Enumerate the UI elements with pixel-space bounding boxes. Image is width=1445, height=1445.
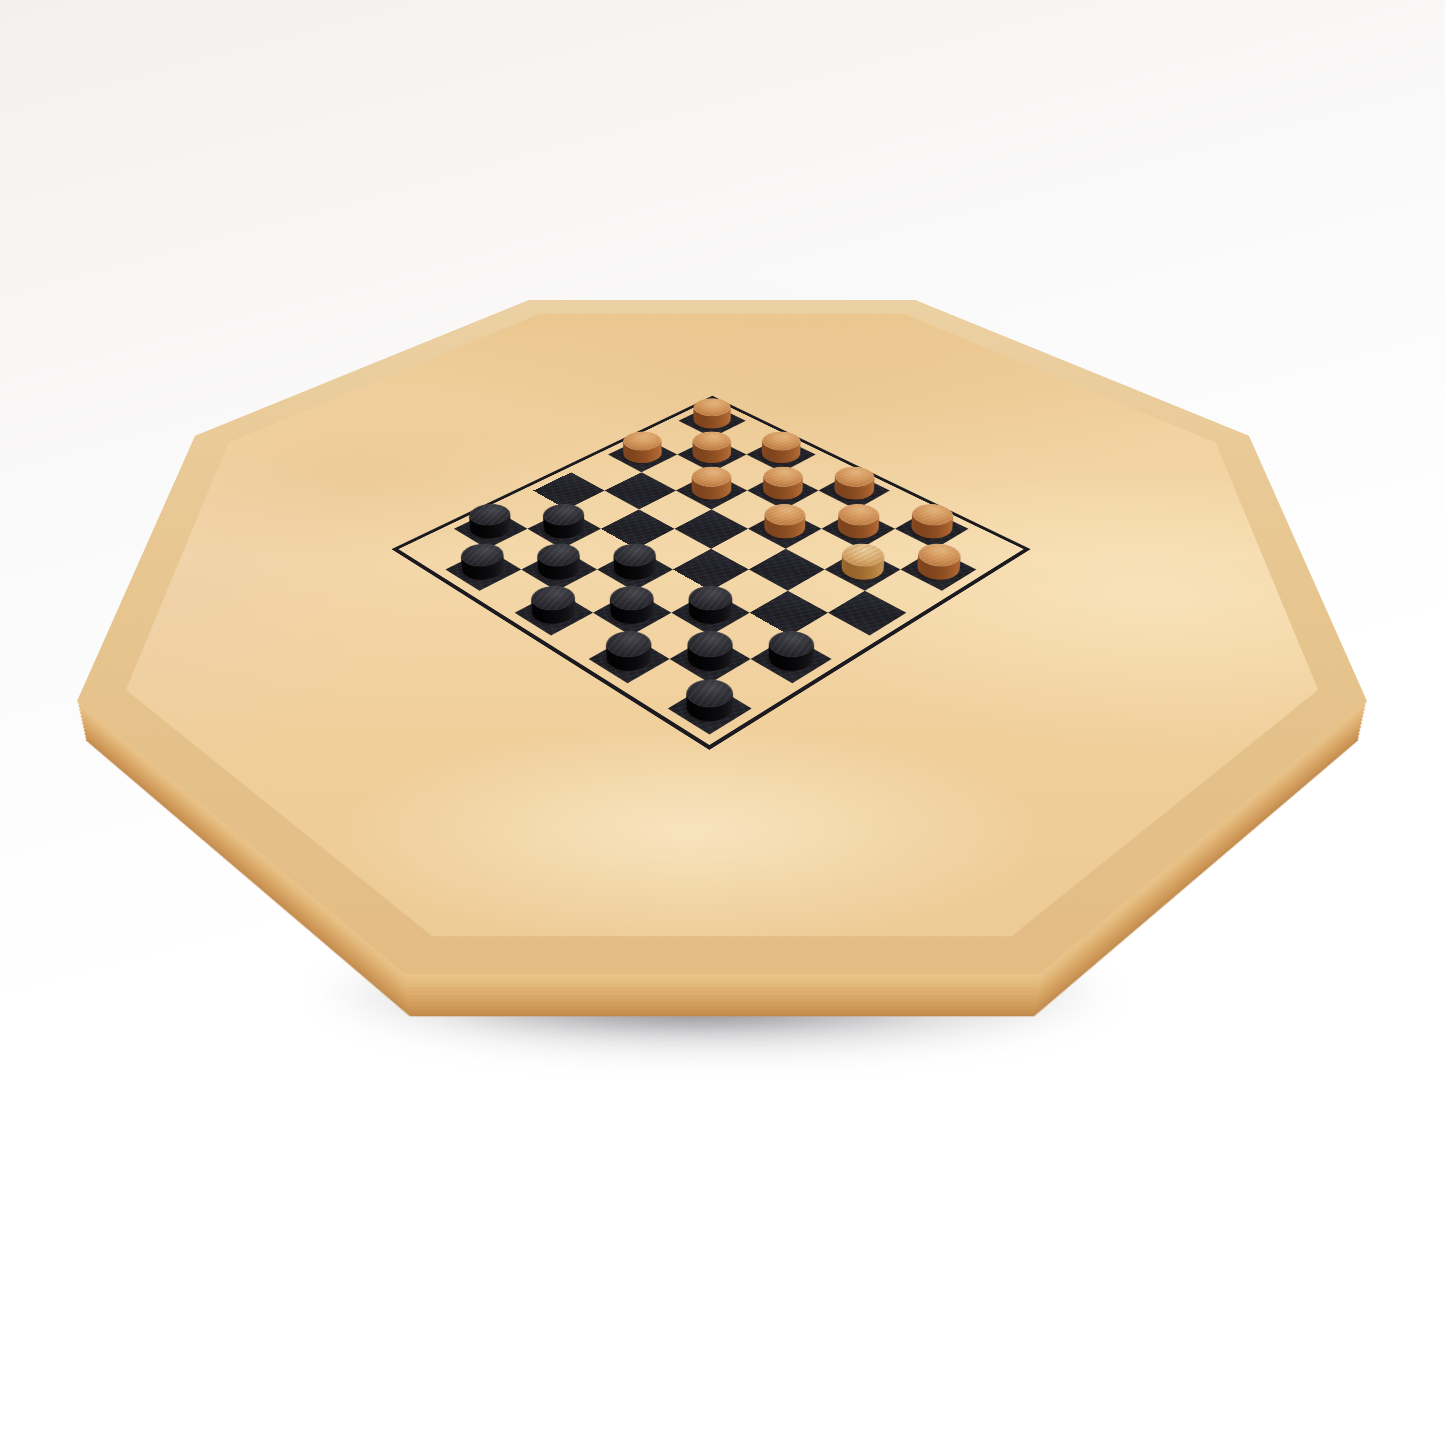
octagonal-game-table — [0, 276, 1445, 1044]
scene — [0, 0, 1445, 1445]
board-square — [749, 549, 825, 591]
